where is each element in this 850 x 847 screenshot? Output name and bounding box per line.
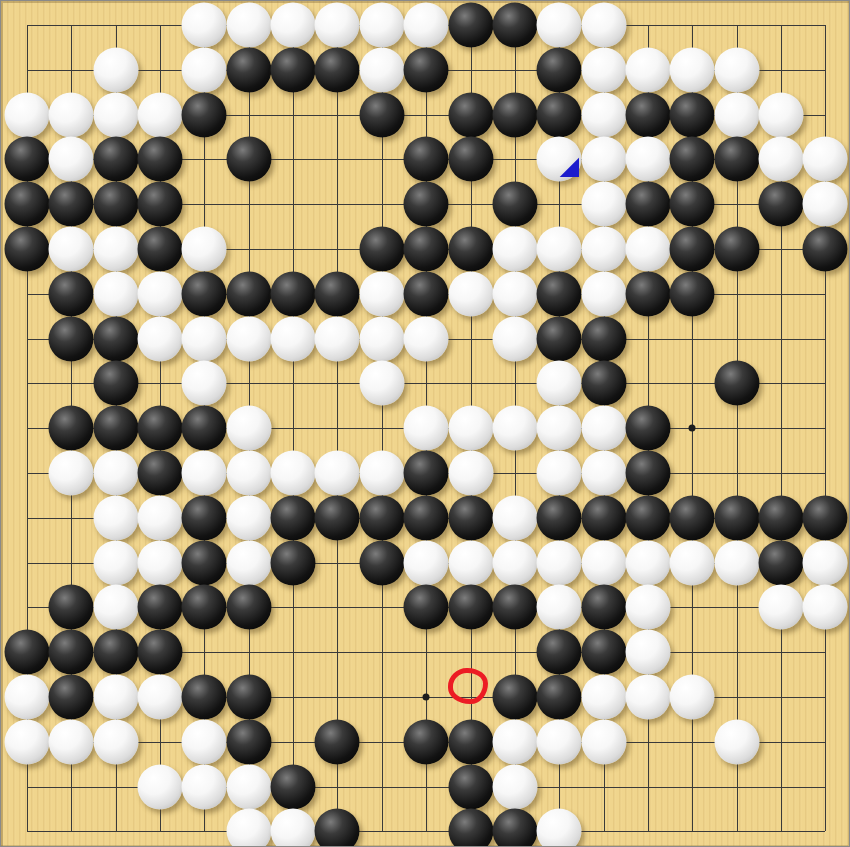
black-stone: [49, 675, 94, 720]
black-stone: [404, 227, 449, 272]
white-stone: [226, 764, 271, 809]
black-stone: [5, 182, 50, 227]
white-stone: [49, 227, 94, 272]
white-stone: [625, 47, 670, 92]
black-stone: [138, 451, 183, 496]
black-stone: [271, 540, 316, 585]
black-stone: [670, 92, 715, 137]
white-stone: [226, 3, 271, 48]
white-stone: [315, 451, 360, 496]
white-stone: [537, 227, 582, 272]
white-stone: [581, 719, 626, 764]
black-stone: [138, 227, 183, 272]
white-stone: [625, 675, 670, 720]
black-stone: [714, 361, 759, 406]
white-stone: [714, 92, 759, 137]
white-stone: [492, 227, 537, 272]
black-stone: [492, 809, 537, 847]
white-stone: [138, 271, 183, 316]
white-stone: [581, 92, 626, 137]
white-stone: [138, 540, 183, 585]
black-stone: [226, 137, 271, 182]
black-stone: [448, 585, 493, 630]
white-stone: [359, 451, 404, 496]
white-stone: [581, 3, 626, 48]
white-stone: [226, 451, 271, 496]
white-stone: [537, 809, 582, 847]
white-stone: [226, 495, 271, 540]
white-stone: [315, 316, 360, 361]
black-stone: [448, 495, 493, 540]
white-stone: [359, 316, 404, 361]
black-stone: [492, 92, 537, 137]
black-stone: [537, 316, 582, 361]
black-stone: [271, 495, 316, 540]
white-stone: [581, 227, 626, 272]
black-stone: [537, 47, 582, 92]
black-stone: [625, 271, 670, 316]
black-stone: [404, 719, 449, 764]
black-stone: [581, 585, 626, 630]
circle-marker: [448, 668, 488, 704]
black-stone: [359, 227, 404, 272]
white-stone: [670, 675, 715, 720]
white-stone: [448, 540, 493, 585]
black-stone: [625, 495, 670, 540]
black-stone: [138, 182, 183, 227]
white-stone: [93, 675, 138, 720]
black-stone: [581, 630, 626, 675]
white-stone: [93, 227, 138, 272]
black-stone: [5, 630, 50, 675]
black-stone: [581, 316, 626, 361]
white-stone: [492, 540, 537, 585]
black-stone: [758, 495, 803, 540]
white-stone: [537, 451, 582, 496]
white-stone: [93, 47, 138, 92]
white-stone: [714, 719, 759, 764]
black-stone: [359, 495, 404, 540]
black-stone: [359, 540, 404, 585]
white-stone: [670, 47, 715, 92]
white-stone: [581, 182, 626, 227]
white-stone: [492, 406, 537, 451]
black-stone: [226, 585, 271, 630]
white-stone: [625, 540, 670, 585]
white-stone: [448, 406, 493, 451]
black-stone: [670, 182, 715, 227]
black-stone: [315, 271, 360, 316]
black-stone: [182, 495, 227, 540]
black-stone: [93, 137, 138, 182]
white-stone: [492, 719, 537, 764]
black-stone: [448, 137, 493, 182]
white-stone: [448, 451, 493, 496]
white-stone: [226, 316, 271, 361]
black-stone: [315, 495, 360, 540]
white-stone: [537, 719, 582, 764]
white-stone: [714, 540, 759, 585]
black-stone: [537, 675, 582, 720]
white-stone: [581, 675, 626, 720]
black-stone: [714, 227, 759, 272]
black-stone: [226, 719, 271, 764]
white-stone: [581, 137, 626, 182]
black-stone: [315, 47, 360, 92]
white-stone: [359, 271, 404, 316]
black-stone: [5, 227, 50, 272]
black-stone: [581, 495, 626, 540]
black-stone: [226, 271, 271, 316]
black-stone: [670, 227, 715, 272]
white-stone: [5, 675, 50, 720]
black-stone: [93, 630, 138, 675]
black-stone: [625, 451, 670, 496]
white-stone: [182, 316, 227, 361]
black-stone: [581, 361, 626, 406]
black-stone: [404, 271, 449, 316]
white-stone: [581, 271, 626, 316]
black-stone: [93, 182, 138, 227]
black-stone: [138, 406, 183, 451]
white-stone: [537, 3, 582, 48]
black-stone: [49, 630, 94, 675]
white-stone: [138, 495, 183, 540]
white-stone: [271, 3, 316, 48]
white-stone: [803, 540, 848, 585]
white-stone: [404, 406, 449, 451]
black-stone: [537, 495, 582, 540]
black-stone: [492, 3, 537, 48]
white-stone: [625, 227, 670, 272]
black-stone: [138, 137, 183, 182]
white-stone: [182, 227, 227, 272]
black-stone: [448, 3, 493, 48]
grid-line-horizontal: [27, 831, 825, 832]
black-stone: [404, 585, 449, 630]
white-stone: [758, 92, 803, 137]
black-stone: [670, 137, 715, 182]
black-stone: [404, 451, 449, 496]
white-stone: [803, 137, 848, 182]
white-stone: [492, 495, 537, 540]
black-stone: [537, 630, 582, 675]
white-stone: [404, 316, 449, 361]
black-stone: [49, 406, 94, 451]
black-stone: [714, 495, 759, 540]
black-stone: [182, 675, 227, 720]
black-stone: [49, 182, 94, 227]
white-stone: [182, 3, 227, 48]
white-stone: [271, 809, 316, 847]
white-stone: [803, 585, 848, 630]
black-stone: [492, 182, 537, 227]
white-stone: [271, 451, 316, 496]
black-stone: [49, 271, 94, 316]
black-stone: [492, 585, 537, 630]
white-stone: [581, 451, 626, 496]
white-stone: [138, 92, 183, 137]
black-stone: [625, 182, 670, 227]
white-stone: [537, 361, 582, 406]
white-stone: [758, 137, 803, 182]
black-stone: [404, 182, 449, 227]
white-stone: [5, 719, 50, 764]
white-stone: [93, 451, 138, 496]
white-stone: [182, 361, 227, 406]
black-stone: [448, 764, 493, 809]
white-stone: [537, 585, 582, 630]
black-stone: [448, 92, 493, 137]
black-stone: [182, 585, 227, 630]
black-stone: [625, 406, 670, 451]
black-stone: [226, 47, 271, 92]
white-stone: [359, 47, 404, 92]
black-stone: [49, 316, 94, 361]
black-stone: [448, 719, 493, 764]
black-stone: [49, 585, 94, 630]
white-stone: [226, 540, 271, 585]
black-stone: [803, 227, 848, 272]
white-stone: [803, 182, 848, 227]
black-stone: [271, 47, 316, 92]
white-stone: [537, 406, 582, 451]
white-stone: [5, 92, 50, 137]
white-stone: [714, 47, 759, 92]
black-stone: [625, 92, 670, 137]
black-stone: [5, 137, 50, 182]
black-stone: [670, 495, 715, 540]
black-stone: [315, 719, 360, 764]
white-stone: [581, 406, 626, 451]
white-stone: [49, 137, 94, 182]
white-stone: [49, 719, 94, 764]
white-stone: [359, 361, 404, 406]
black-stone: [182, 540, 227, 585]
white-stone: [581, 47, 626, 92]
black-stone: [404, 47, 449, 92]
white-stone: [492, 316, 537, 361]
star-point: [689, 425, 696, 432]
black-stone: [404, 495, 449, 540]
black-stone: [182, 406, 227, 451]
white-stone: [93, 540, 138, 585]
black-stone: [93, 361, 138, 406]
black-stone: [138, 630, 183, 675]
black-stone: [404, 137, 449, 182]
white-stone: [226, 809, 271, 847]
white-stone: [271, 316, 316, 361]
white-stone: [138, 764, 183, 809]
black-stone: [758, 182, 803, 227]
black-stone: [492, 675, 537, 720]
white-stone: [138, 316, 183, 361]
white-stone: [448, 271, 493, 316]
black-stone: [670, 271, 715, 316]
black-stone: [537, 92, 582, 137]
white-stone: [182, 719, 227, 764]
go-board[interactable]: [0, 0, 850, 847]
white-stone: [537, 540, 582, 585]
white-stone: [492, 764, 537, 809]
white-stone: [182, 451, 227, 496]
black-stone: [359, 92, 404, 137]
black-stone: [93, 406, 138, 451]
white-stone: [93, 585, 138, 630]
white-stone: [758, 585, 803, 630]
white-stone: [581, 540, 626, 585]
black-stone: [93, 316, 138, 361]
white-stone: [404, 540, 449, 585]
black-stone: [226, 675, 271, 720]
white-stone: [93, 495, 138, 540]
white-stone: [49, 92, 94, 137]
white-stone: [93, 719, 138, 764]
white-stone: [182, 764, 227, 809]
white-stone: [492, 271, 537, 316]
black-stone: [714, 137, 759, 182]
black-stone: [803, 495, 848, 540]
black-stone: [182, 92, 227, 137]
white-stone: [93, 92, 138, 137]
white-stone: [93, 271, 138, 316]
white-stone: [138, 675, 183, 720]
white-stone: [359, 3, 404, 48]
white-stone: [226, 406, 271, 451]
white-stone: [404, 3, 449, 48]
white-stone: [49, 451, 94, 496]
white-stone: [670, 540, 715, 585]
black-stone: [271, 271, 316, 316]
black-stone: [758, 540, 803, 585]
black-stone: [537, 271, 582, 316]
black-stone: [448, 227, 493, 272]
star-point: [423, 694, 430, 701]
white-stone: [625, 137, 670, 182]
black-stone: [315, 809, 360, 847]
black-stone: [271, 764, 316, 809]
white-stone: [315, 3, 360, 48]
white-stone: [625, 585, 670, 630]
black-stone: [448, 809, 493, 847]
white-stone: [182, 47, 227, 92]
black-stone: [182, 271, 227, 316]
white-stone: [625, 630, 670, 675]
black-stone: [138, 585, 183, 630]
